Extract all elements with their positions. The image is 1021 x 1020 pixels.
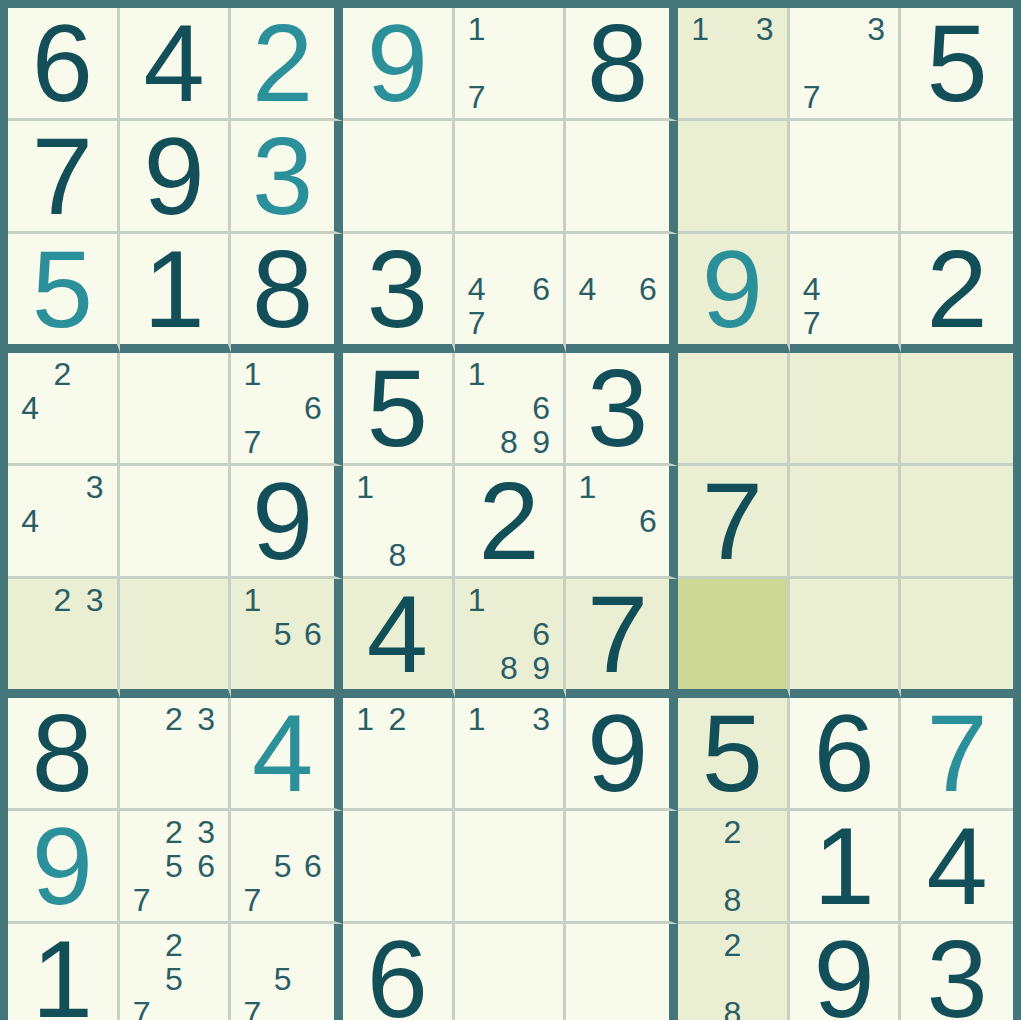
cell-r1c7[interactable]: 13 [678,8,790,121]
cell-r3c5[interactable]: 467 [455,234,567,353]
pencil-mark-1: 1 [684,12,716,46]
pencil-mark-2: 2 [381,702,413,736]
cell-r7c4[interactable]: 12 [343,698,455,811]
cell-r7c1[interactable]: 8 [8,698,120,811]
given-digit: 3 [367,234,428,344]
cell-r3c3[interactable]: 8 [231,234,343,353]
pencil-mark-2: 2 [46,357,78,391]
entered-digit: 9 [32,811,93,921]
cell-r3c7[interactable]: 9 [678,234,790,353]
pencil-mark-1: 1 [349,702,381,736]
cell-r6c8[interactable] [790,579,902,698]
entered-digit: 7 [927,698,988,808]
cell-r8c8[interactable]: 1 [790,811,902,924]
pencil-mark-2: 2 [158,928,190,962]
cell-r5c1[interactable]: 34 [8,466,120,579]
pencil-mark-5: 5 [268,617,298,651]
pencil-mark-7: 7 [126,883,158,917]
cell-r5c8[interactable] [790,466,902,579]
given-digit: 5 [367,353,428,463]
cell-r5c9[interactable] [901,466,1013,579]
given-digit: 8 [252,234,313,344]
cell-r7c9[interactable]: 7 [901,698,1013,811]
cell-r4c7[interactable] [678,353,790,466]
given-digit: 6 [813,698,874,808]
pencil-mark-7: 7 [461,80,493,114]
cell-r4c4[interactable]: 5 [343,353,455,466]
pencil-mark-1: 1 [572,470,602,504]
given-digit: 3 [927,924,988,1020]
pencil-marks: 13 [684,12,781,114]
pencil-marks: 37 [796,12,893,114]
pencil-mark-3: 3 [78,470,110,504]
cell-r8c5[interactable] [455,811,567,924]
pencil-mark-7: 7 [461,306,493,340]
cell-r4c3[interactable]: 167 [231,353,343,466]
given-digit: 2 [478,466,539,576]
sudoku-board: 6429178133757935183467469472241675168933… [0,0,1021,1020]
pencil-marks: 13 [461,702,558,804]
cell-r7c5[interactable]: 13 [455,698,567,811]
cell-r5c3[interactable]: 9 [231,466,343,579]
cell-r9c7[interactable]: 28 [678,924,790,1020]
given-digit: 7 [587,579,648,689]
cell-r1c5[interactable]: 17 [455,8,567,121]
pencil-marks: 34 [14,470,111,572]
pencil-mark-6: 6 [525,391,557,425]
cell-r3c4[interactable]: 3 [343,234,455,353]
cell-r4c6[interactable]: 3 [566,353,678,466]
cell-r3c1[interactable]: 5 [8,234,120,353]
cell-r9c3[interactable]: 57 [231,924,343,1020]
cell-r2c5[interactable] [455,121,567,234]
pencil-mark-9: 9 [525,425,557,459]
given-digit: 9 [587,698,648,808]
pencil-mark-3: 3 [860,12,892,46]
cell-r9c4[interactable]: 6 [343,924,455,1020]
pencil-mark-2: 2 [46,583,78,617]
cell-r2c7[interactable] [678,121,790,234]
pencil-marks: 567 [237,815,328,917]
cell-r9c5[interactable] [455,924,567,1020]
pencil-mark-1: 1 [461,583,493,617]
cell-r8c3[interactable]: 567 [231,811,343,924]
given-digit: 1 [813,811,874,921]
cell-r1c1[interactable]: 6 [8,8,120,121]
cell-r3c8[interactable]: 47 [790,234,902,353]
pencil-mark-5: 5 [158,962,190,996]
pencil-mark-7: 7 [237,425,267,459]
given-digit: 8 [587,8,648,118]
given-digit: 7 [702,466,763,576]
pencil-mark-1: 1 [461,12,493,46]
cell-r2c4[interactable] [343,121,455,234]
pencil-mark-8: 8 [716,883,748,917]
pencil-mark-6: 6 [633,504,663,538]
pencil-marks: 1689 [461,583,558,685]
pencil-mark-1: 1 [237,583,267,617]
pencil-marks: 16 [572,470,663,572]
cell-r4c9[interactable] [901,353,1013,466]
pencil-mark-6: 6 [525,617,557,651]
pencil-mark-8: 8 [381,538,413,572]
cell-r6c2[interactable] [120,579,232,698]
cell-r9c8[interactable]: 9 [790,924,902,1020]
given-digit: 1 [32,924,93,1020]
pencil-marks: 46 [572,238,663,340]
pencil-marks: 12 [349,702,446,804]
cell-r5c6[interactable]: 16 [566,466,678,579]
pencil-mark-3: 3 [525,702,557,736]
pencil-marks: 18 [349,470,446,572]
cell-r9c9[interactable]: 3 [901,924,1013,1020]
pencil-mark-7: 7 [796,306,828,340]
cell-r1c3[interactable]: 2 [231,8,343,121]
cell-r7c2[interactable]: 23 [120,698,232,811]
pencil-mark-4: 4 [14,391,46,425]
cell-r8c6[interactable] [566,811,678,924]
pencil-mark-5: 5 [158,849,190,883]
given-digit: 3 [587,353,648,463]
pencil-mark-1: 1 [349,470,381,504]
cell-r9c2[interactable]: 257 [120,924,232,1020]
entered-digit: 9 [367,8,428,118]
given-digit: 6 [32,8,93,118]
pencil-mark-3: 3 [78,583,110,617]
pencil-mark-7: 7 [796,80,828,114]
cell-r2c6[interactable] [566,121,678,234]
entered-digit: 4 [252,698,313,808]
pencil-mark-2: 2 [716,928,748,962]
cell-r6c7[interactable] [678,579,790,698]
cell-r9c6[interactable] [566,924,678,1020]
given-digit: 4 [927,811,988,921]
pencil-mark-4: 4 [14,504,46,538]
cell-r6c6[interactable]: 7 [566,579,678,698]
pencil-mark-4: 4 [461,272,493,306]
entered-digit: 3 [252,121,313,231]
pencil-marks: 167 [237,357,328,459]
pencil-mark-1: 1 [461,702,493,736]
pencil-mark-1: 1 [461,357,493,391]
pencil-marks: 47 [796,238,893,340]
pencil-mark-7: 7 [126,996,158,1020]
pencil-mark-8: 8 [716,996,748,1020]
given-digit: 9 [143,121,204,231]
pencil-marks: 17 [461,12,558,114]
cell-r5c4[interactable]: 18 [343,466,455,579]
cell-r2c8[interactable] [790,121,902,234]
cell-r6c9[interactable] [901,579,1013,698]
pencil-marks: 23567 [126,815,223,917]
cell-r5c7[interactable]: 7 [678,466,790,579]
pencil-mark-3: 3 [190,815,222,849]
cell-r7c7[interactable]: 5 [678,698,790,811]
cell-r6c4[interactable]: 4 [343,579,455,698]
cell-r1c4[interactable]: 9 [343,8,455,121]
given-digit: 4 [367,579,428,689]
pencil-marks: 28 [684,815,781,917]
pencil-mark-7: 7 [237,996,267,1020]
pencil-marks: 28 [684,928,781,1020]
pencil-marks: 1689 [461,357,558,459]
cell-r8c4[interactable] [343,811,455,924]
pencil-mark-3: 3 [190,702,222,736]
cell-r2c1[interactable]: 7 [8,121,120,234]
cell-r8c7[interactable]: 28 [678,811,790,924]
pencil-mark-6: 6 [190,849,222,883]
pencil-marks: 57 [237,928,328,1020]
cell-r6c1[interactable]: 23 [8,579,120,698]
cell-r6c5[interactable]: 1689 [455,579,567,698]
entered-digit: 2 [252,8,313,118]
given-digit: 5 [702,698,763,808]
cell-r7c6[interactable]: 9 [566,698,678,811]
pencil-mark-1: 1 [237,357,267,391]
given-digit: 1 [143,234,204,344]
pencil-mark-6: 6 [525,272,557,306]
pencil-marks: 23 [14,583,111,685]
cell-r7c8[interactable]: 6 [790,698,902,811]
pencil-marks: 257 [126,928,223,1020]
cell-r4c2[interactable] [120,353,232,466]
pencil-mark-6: 6 [298,391,328,425]
pencil-mark-5: 5 [268,962,298,996]
pencil-mark-6: 6 [298,617,328,651]
cell-r9c1[interactable]: 1 [8,924,120,1020]
cell-r2c9[interactable] [901,121,1013,234]
cell-r4c5[interactable]: 1689 [455,353,567,466]
pencil-mark-2: 2 [158,702,190,736]
cell-r1c8[interactable]: 37 [790,8,902,121]
entered-digit: 9 [702,234,763,344]
pencil-mark-2: 2 [716,815,748,849]
cell-r4c1[interactable]: 24 [8,353,120,466]
cell-r8c9[interactable]: 4 [901,811,1013,924]
given-digit: 9 [252,466,313,576]
cell-r1c9[interactable]: 5 [901,8,1013,121]
cell-r5c2[interactable] [120,466,232,579]
cell-r5c5[interactable]: 2 [455,466,567,579]
cell-r1c2[interactable]: 4 [120,8,232,121]
given-digit: 4 [143,8,204,118]
pencil-mark-6: 6 [298,849,328,883]
pencil-mark-9: 9 [525,651,557,685]
cell-r3c2[interactable]: 1 [120,234,232,353]
given-digit: 9 [813,924,874,1020]
given-digit: 8 [32,698,93,808]
pencil-marks: 467 [461,238,558,340]
pencil-mark-8: 8 [493,651,525,685]
cell-r3c6[interactable]: 46 [566,234,678,353]
cell-r2c2[interactable]: 9 [120,121,232,234]
pencil-mark-2: 2 [158,815,190,849]
pencil-marks: 156 [237,583,328,685]
pencil-mark-4: 4 [796,272,828,306]
cell-r1c6[interactable]: 8 [566,8,678,121]
pencil-marks: 23 [126,702,223,804]
given-digit: 6 [367,924,428,1020]
cell-r4c8[interactable] [790,353,902,466]
pencil-mark-8: 8 [493,425,525,459]
pencil-mark-3: 3 [748,12,780,46]
pencil-mark-7: 7 [237,883,267,917]
given-digit: 2 [927,234,988,344]
pencil-mark-6: 6 [633,272,663,306]
cell-r8c1[interactable]: 9 [8,811,120,924]
given-digit: 5 [927,8,988,118]
cell-r7c3[interactable]: 4 [231,698,343,811]
pencil-marks: 24 [14,357,111,459]
pencil-mark-5: 5 [268,849,298,883]
pencil-mark-4: 4 [572,272,602,306]
given-digit: 7 [32,121,93,231]
cell-r6c3[interactable]: 156 [231,579,343,698]
cell-r3c9[interactable]: 2 [901,234,1013,353]
cell-r8c2[interactable]: 23567 [120,811,232,924]
entered-digit: 5 [32,234,93,344]
cell-r2c3[interactable]: 3 [231,121,343,234]
